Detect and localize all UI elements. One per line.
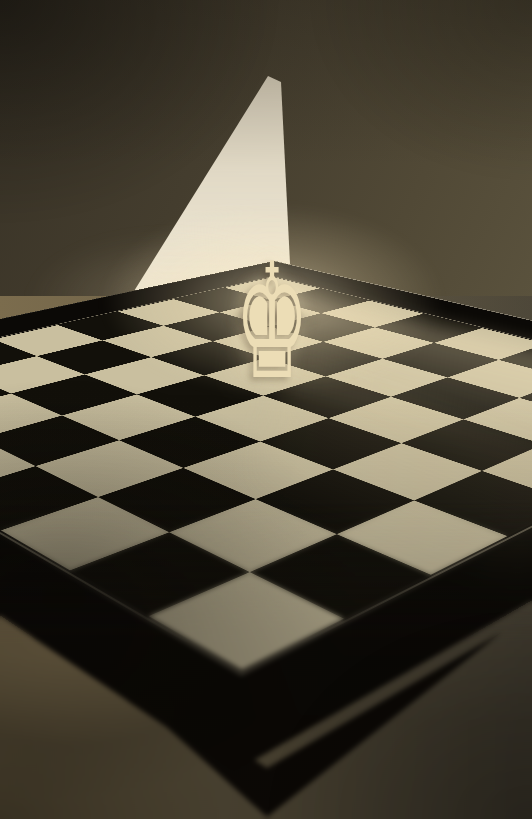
white-king-glyph: ♚ [235,228,310,415]
photo-scene: ♚ ♚ [0,0,532,819]
